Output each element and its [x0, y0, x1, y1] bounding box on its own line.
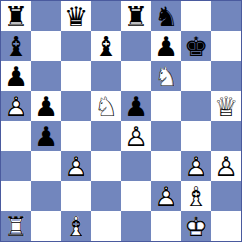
white-pawn-icon: ♙: [211, 151, 241, 181]
square-e4[interactable]: ♟♙: [121, 121, 151, 151]
white-king-icon: ♔: [181, 211, 211, 241]
square-g8[interactable]: [181, 1, 211, 31]
white-knight-icon: ♘: [91, 91, 121, 121]
square-d8[interactable]: [91, 1, 121, 31]
square-g2[interactable]: ♝♗: [181, 181, 211, 211]
black-bishop[interactable]: ♝: [91, 31, 121, 61]
square-g1[interactable]: ♚♔: [181, 211, 211, 241]
square-h8[interactable]: [211, 1, 241, 31]
square-f3[interactable]: [151, 151, 181, 181]
white-bishop[interactable]: ♝♗: [181, 181, 211, 211]
black-pawn-icon: ♟: [151, 31, 181, 61]
square-g6[interactable]: [181, 61, 211, 91]
white-queen-icon: ♕: [211, 91, 241, 121]
black-pawn[interactable]: ♟: [151, 31, 181, 61]
white-knight[interactable]: ♞♘: [151, 61, 181, 91]
square-g5[interactable]: [181, 91, 211, 121]
square-g7[interactable]: ♚: [181, 31, 211, 61]
square-d5[interactable]: ♞♘: [91, 91, 121, 121]
black-bishop[interactable]: ♝: [1, 31, 31, 61]
square-g4[interactable]: [181, 121, 211, 151]
square-a7[interactable]: ♝: [1, 31, 31, 61]
black-bishop-icon: ♝: [91, 31, 121, 61]
square-a5[interactable]: ♟♙: [1, 91, 31, 121]
white-pawn-icon: ♙: [151, 181, 181, 211]
square-b8[interactable]: [31, 1, 61, 31]
square-a8[interactable]: ♜: [1, 1, 31, 31]
black-knight[interactable]: ♞: [151, 1, 181, 31]
square-h7[interactable]: [211, 31, 241, 61]
chess-board: ♜♛♜♞♝♝♟♚♟♞♘♟♙♟♞♘♟♛♕♟♟♙♟♙♟♙♟♙♟♙♝♗♜♖♝♗♚♔: [0, 0, 242, 242]
white-bishop-icon: ♗: [61, 211, 91, 241]
black-rook[interactable]: ♜: [1, 1, 31, 31]
square-f8[interactable]: ♞: [151, 1, 181, 31]
black-bishop-icon: ♝: [1, 31, 31, 61]
square-c7[interactable]: [61, 31, 91, 61]
black-rook-icon: ♜: [121, 1, 151, 31]
black-pawn[interactable]: ♟: [31, 91, 61, 121]
square-a2[interactable]: [1, 181, 31, 211]
square-h4[interactable]: [211, 121, 241, 151]
square-h2[interactable]: [211, 181, 241, 211]
square-f7[interactable]: ♟: [151, 31, 181, 61]
black-king[interactable]: ♚: [181, 31, 211, 61]
chess-board-wrapper: ♜♛♜♞♝♝♟♚♟♞♘♟♙♟♞♘♟♛♕♟♟♙♟♙♟♙♟♙♟♙♝♗♜♖♝♗♚♔: [0, 0, 242, 242]
white-knight[interactable]: ♞♘: [91, 91, 121, 121]
square-c1[interactable]: ♝♗: [61, 211, 91, 241]
black-pawn-icon: ♟: [31, 121, 61, 151]
square-a6[interactable]: ♟: [1, 61, 31, 91]
white-pawn[interactable]: ♟♙: [181, 151, 211, 181]
black-pawn-icon: ♟: [31, 91, 61, 121]
white-rook[interactable]: ♜♖: [1, 211, 31, 241]
square-e7[interactable]: [121, 31, 151, 61]
square-f6[interactable]: ♞♘: [151, 61, 181, 91]
square-b6[interactable]: [31, 61, 61, 91]
square-d1[interactable]: [91, 211, 121, 241]
white-pawn[interactable]: ♟♙: [211, 151, 241, 181]
square-c5[interactable]: [61, 91, 91, 121]
square-c8[interactable]: ♛: [61, 1, 91, 31]
white-queen[interactable]: ♛♕: [211, 91, 241, 121]
square-h3[interactable]: ♟♙: [211, 151, 241, 181]
white-king[interactable]: ♚♔: [181, 211, 211, 241]
square-a3[interactable]: [1, 151, 31, 181]
black-pawn[interactable]: ♟: [31, 121, 61, 151]
black-rook-icon: ♜: [1, 1, 31, 31]
square-h1[interactable]: [211, 211, 241, 241]
square-d3[interactable]: [91, 151, 121, 181]
square-a1[interactable]: ♜♖: [1, 211, 31, 241]
square-c4[interactable]: [61, 121, 91, 151]
white-pawn-icon: ♙: [1, 91, 31, 121]
square-f4[interactable]: [151, 121, 181, 151]
square-e2[interactable]: [121, 181, 151, 211]
white-pawn-icon: ♙: [181, 151, 211, 181]
square-b7[interactable]: [31, 31, 61, 61]
square-e6[interactable]: [121, 61, 151, 91]
white-pawn-icon: ♙: [61, 151, 91, 181]
black-pawn-icon: ♟: [1, 61, 31, 91]
white-bishop[interactable]: ♝♗: [61, 211, 91, 241]
square-d4[interactable]: [91, 121, 121, 151]
square-c3[interactable]: ♟♙: [61, 151, 91, 181]
square-b3[interactable]: [31, 151, 61, 181]
white-pawn[interactable]: ♟♙: [61, 151, 91, 181]
square-d7[interactable]: ♝: [91, 31, 121, 61]
square-e1[interactable]: [121, 211, 151, 241]
square-b4[interactable]: ♟: [31, 121, 61, 151]
square-e3[interactable]: [121, 151, 151, 181]
square-e8[interactable]: ♜: [121, 1, 151, 31]
black-pawn[interactable]: ♟: [1, 61, 31, 91]
square-f5[interactable]: [151, 91, 181, 121]
square-h5[interactable]: ♛♕: [211, 91, 241, 121]
white-rook-icon: ♖: [1, 211, 31, 241]
square-h6[interactable]: [211, 61, 241, 91]
square-c6[interactable]: [61, 61, 91, 91]
black-knight-icon: ♞: [151, 1, 181, 31]
square-b2[interactable]: [31, 181, 61, 211]
black-king-icon: ♚: [181, 31, 211, 61]
black-rook[interactable]: ♜: [121, 1, 151, 31]
square-c2[interactable]: [61, 181, 91, 211]
black-pawn-icon: ♟: [121, 91, 151, 121]
square-g3[interactable]: ♟♙: [181, 151, 211, 181]
white-bishop-icon: ♗: [181, 181, 211, 211]
white-pawn[interactable]: ♟♙: [1, 91, 31, 121]
square-f1[interactable]: [151, 211, 181, 241]
square-b1[interactable]: [31, 211, 61, 241]
square-a4[interactable]: [1, 121, 31, 151]
white-pawn[interactable]: ♟♙: [151, 181, 181, 211]
white-pawn-icon: ♙: [121, 121, 151, 151]
black-queen-icon: ♛: [61, 1, 91, 31]
square-d2[interactable]: [91, 181, 121, 211]
white-knight-icon: ♘: [151, 61, 181, 91]
square-b5[interactable]: ♟: [31, 91, 61, 121]
square-d6[interactable]: [91, 61, 121, 91]
square-e5[interactable]: ♟: [121, 91, 151, 121]
black-queen[interactable]: ♛: [61, 1, 91, 31]
black-pawn[interactable]: ♟: [121, 91, 151, 121]
square-f2[interactable]: ♟♙: [151, 181, 181, 211]
white-pawn[interactable]: ♟♙: [121, 121, 151, 151]
